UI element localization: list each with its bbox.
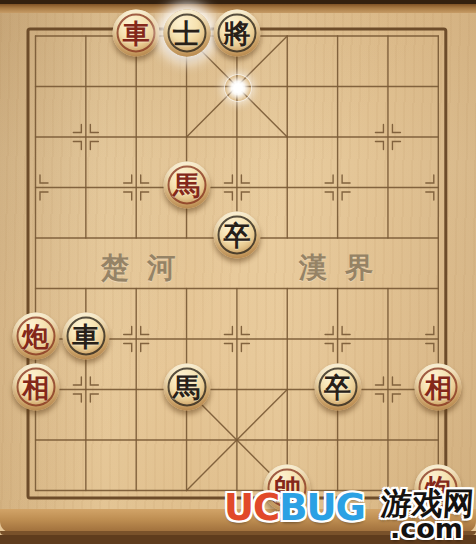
piece-character: 將 <box>213 10 260 57</box>
piece-character: 車 <box>62 313 109 360</box>
piece-character: 相 <box>415 363 462 410</box>
watermark-uc: UC <box>224 486 279 529</box>
watermark-bug: BUG <box>279 486 365 529</box>
piece-red-elephant[interactable]: 相 <box>415 363 462 410</box>
watermark-logo: UCBUG <box>224 486 365 529</box>
piece-character: 卒 <box>213 212 260 259</box>
piece-black-chariot[interactable]: 車 <box>62 313 109 360</box>
piece-red-cannon[interactable]: 炮 <box>12 313 59 360</box>
piece-black-general[interactable]: 將 <box>213 10 260 57</box>
piece-black-horse[interactable]: 馬 <box>163 363 210 410</box>
piece-red-chariot[interactable]: 車 <box>113 10 160 57</box>
piece-character: 相 <box>12 363 59 410</box>
piece-black-soldier[interactable]: 卒 <box>314 363 361 410</box>
piece-black-soldier[interactable]: 卒 <box>213 212 260 259</box>
piece-character: 士 <box>163 10 210 57</box>
watermark-domain: .com <box>390 513 463 544</box>
piece-character: 卒 <box>314 363 361 410</box>
river-label-han-jie: 漢界 <box>299 249 391 287</box>
piece-character: 馬 <box>163 161 210 208</box>
piece-character: 馬 <box>163 363 210 410</box>
xiangqi-app-screen: 楚河 漢界 車士將馬卒炮車相馬卒相帥炮 UCBUG 游戏网 .com <box>0 0 476 544</box>
piece-character: 炮 <box>12 313 59 360</box>
last-move-marker <box>224 74 252 102</box>
piece-red-horse[interactable]: 馬 <box>163 161 210 208</box>
piece-character: 車 <box>113 10 160 57</box>
piece-red-elephant[interactable]: 相 <box>12 363 59 410</box>
piece-black-advisor[interactable]: 士 <box>163 10 210 57</box>
river-label-chu-he: 楚河 <box>101 249 193 287</box>
